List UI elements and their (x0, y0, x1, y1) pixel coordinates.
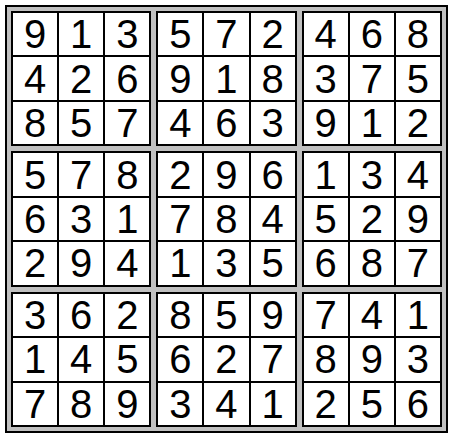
cell-r7c9[interactable]: 1 (396, 294, 440, 336)
cell-r5c1[interactable]: 6 (13, 198, 57, 240)
cell-r3c4[interactable]: 4 (158, 102, 202, 144)
cell-r3c9[interactable]: 2 (396, 102, 440, 144)
cell-r1c2[interactable]: 1 (59, 13, 103, 55)
box-r2-c1: 578631294 (11, 151, 151, 286)
cell-r2c6[interactable]: 8 (251, 57, 295, 99)
cell-r5c8[interactable]: 2 (350, 198, 394, 240)
cell-r1c3[interactable]: 3 (105, 13, 149, 55)
cell-r1c4[interactable]: 5 (158, 13, 202, 55)
cell-r6c9[interactable]: 7 (396, 242, 440, 284)
box-r2-c3: 134529687 (302, 151, 442, 286)
cell-r3c7[interactable]: 9 (304, 102, 348, 144)
box-r1-c3: 468375912 (302, 11, 442, 146)
cell-r9c8[interactable]: 5 (350, 383, 394, 425)
cell-r7c3[interactable]: 2 (105, 294, 149, 336)
cell-r2c2[interactable]: 2 (59, 57, 103, 99)
cell-r8c7[interactable]: 8 (304, 338, 348, 380)
cell-r5c7[interactable]: 5 (304, 198, 348, 240)
box-r1-c1: 913426857 (11, 11, 151, 146)
cell-r1c5[interactable]: 7 (204, 13, 248, 55)
cell-r8c3[interactable]: 5 (105, 338, 149, 380)
page: 9134268575729184634683759125786312942967… (0, 0, 453, 437)
cell-r4c8[interactable]: 3 (350, 153, 394, 195)
cell-r7c5[interactable]: 5 (204, 294, 248, 336)
cell-r9c7[interactable]: 2 (304, 383, 348, 425)
cell-r3c6[interactable]: 3 (251, 102, 295, 144)
cell-r7c8[interactable]: 4 (350, 294, 394, 336)
cell-r1c6[interactable]: 2 (251, 13, 295, 55)
cell-r9c6[interactable]: 1 (251, 383, 295, 425)
cell-r6c2[interactable]: 9 (59, 242, 103, 284)
cell-r6c6[interactable]: 5 (251, 242, 295, 284)
cell-r3c8[interactable]: 1 (350, 102, 394, 144)
cell-r8c6[interactable]: 7 (251, 338, 295, 380)
cell-r2c3[interactable]: 6 (105, 57, 149, 99)
cell-r3c1[interactable]: 8 (13, 102, 57, 144)
cell-r4c7[interactable]: 1 (304, 153, 348, 195)
cell-r1c7[interactable]: 4 (304, 13, 348, 55)
box-r1-c2: 572918463 (156, 11, 296, 146)
box-r2-c2: 296784135 (156, 151, 296, 286)
cell-r8c9[interactable]: 3 (396, 338, 440, 380)
cell-r8c4[interactable]: 6 (158, 338, 202, 380)
cell-r5c2[interactable]: 3 (59, 198, 103, 240)
cell-r2c8[interactable]: 7 (350, 57, 394, 99)
cell-r8c8[interactable]: 9 (350, 338, 394, 380)
cell-r8c2[interactable]: 4 (59, 338, 103, 380)
cell-r3c2[interactable]: 5 (59, 102, 103, 144)
cell-r5c6[interactable]: 4 (251, 198, 295, 240)
cell-r6c3[interactable]: 4 (105, 242, 149, 284)
cell-r4c3[interactable]: 8 (105, 153, 149, 195)
cell-r7c1[interactable]: 3 (13, 294, 57, 336)
cell-r5c9[interactable]: 9 (396, 198, 440, 240)
cell-r6c5[interactable]: 3 (204, 242, 248, 284)
sudoku-board: 9134268575729184634683759125786312942967… (5, 5, 448, 433)
cell-r9c5[interactable]: 4 (204, 383, 248, 425)
cell-r9c1[interactable]: 7 (13, 383, 57, 425)
cell-r4c4[interactable]: 2 (158, 153, 202, 195)
cell-r4c1[interactable]: 5 (13, 153, 57, 195)
cell-r7c6[interactable]: 9 (251, 294, 295, 336)
cell-r5c3[interactable]: 1 (105, 198, 149, 240)
cell-r1c9[interactable]: 8 (396, 13, 440, 55)
cell-r4c9[interactable]: 4 (396, 153, 440, 195)
cell-r9c3[interactable]: 9 (105, 383, 149, 425)
box-r3-c3: 741893256 (302, 292, 442, 427)
cell-r6c1[interactable]: 2 (13, 242, 57, 284)
cell-r2c5[interactable]: 1 (204, 57, 248, 99)
box-r3-c2: 859627341 (156, 292, 296, 427)
cell-r9c4[interactable]: 3 (158, 383, 202, 425)
cell-r2c9[interactable]: 5 (396, 57, 440, 99)
cell-r8c1[interactable]: 1 (13, 338, 57, 380)
cell-r3c3[interactable]: 7 (105, 102, 149, 144)
cell-r4c6[interactable]: 6 (251, 153, 295, 195)
cell-r6c8[interactable]: 8 (350, 242, 394, 284)
cell-r8c5[interactable]: 2 (204, 338, 248, 380)
cell-r1c8[interactable]: 6 (350, 13, 394, 55)
cell-r7c4[interactable]: 8 (158, 294, 202, 336)
box-r3-c1: 362145789 (11, 292, 151, 427)
cell-r6c4[interactable]: 1 (158, 242, 202, 284)
cell-r2c1[interactable]: 4 (13, 57, 57, 99)
cell-r7c7[interactable]: 7 (304, 294, 348, 336)
cell-r3c5[interactable]: 6 (204, 102, 248, 144)
cell-r5c4[interactable]: 7 (158, 198, 202, 240)
cell-r9c9[interactable]: 6 (396, 383, 440, 425)
cell-r2c7[interactable]: 3 (304, 57, 348, 99)
cell-r6c7[interactable]: 6 (304, 242, 348, 284)
cell-r9c2[interactable]: 8 (59, 383, 103, 425)
cell-r4c5[interactable]: 9 (204, 153, 248, 195)
cell-r2c4[interactable]: 9 (158, 57, 202, 99)
cell-r5c5[interactable]: 8 (204, 198, 248, 240)
cell-r7c2[interactable]: 6 (59, 294, 103, 336)
cell-r4c2[interactable]: 7 (59, 153, 103, 195)
cell-r1c1[interactable]: 9 (13, 13, 57, 55)
